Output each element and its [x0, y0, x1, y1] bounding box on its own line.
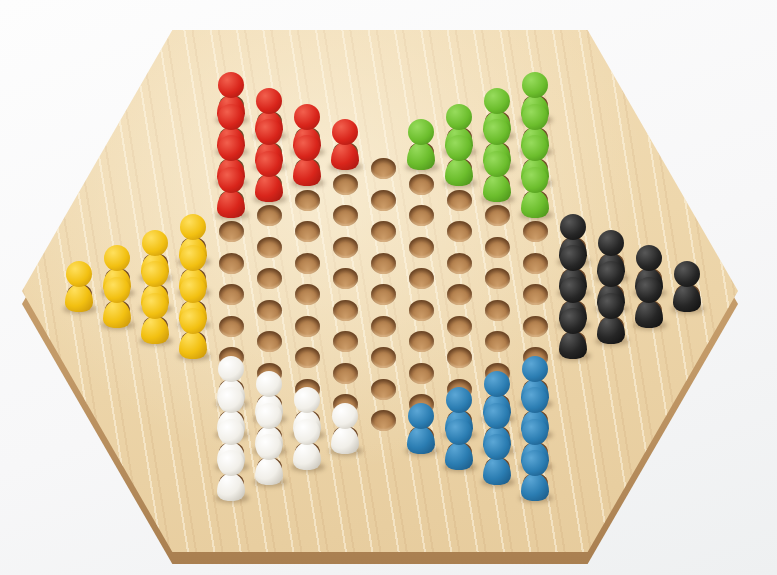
hole[interactable] [295, 316, 320, 337]
peg-head [142, 293, 168, 319]
scene-background [0, 0, 777, 575]
peg-head [256, 88, 282, 114]
peg-body [407, 143, 435, 170]
hole[interactable] [447, 253, 472, 274]
hole[interactable] [485, 300, 510, 321]
peg-white[interactable] [211, 449, 251, 501]
hole[interactable] [333, 237, 358, 258]
peg-head [256, 151, 282, 177]
peg-yellow[interactable] [135, 292, 175, 344]
peg-body [483, 175, 511, 202]
hole[interactable] [257, 300, 282, 321]
peg-green[interactable] [401, 118, 441, 170]
peg-head [484, 434, 510, 460]
peg-body [141, 317, 169, 344]
peg-yellow[interactable] [97, 276, 137, 328]
peg-head [598, 230, 624, 256]
hole[interactable] [371, 190, 396, 211]
peg-head [218, 356, 244, 382]
peg-body [331, 143, 359, 170]
hole[interactable] [447, 347, 472, 368]
peg-body [331, 427, 359, 454]
peg-black[interactable] [667, 260, 707, 312]
peg-body [559, 332, 587, 359]
peg-body [483, 458, 511, 485]
hole[interactable] [371, 379, 396, 400]
peg-head [484, 151, 510, 177]
peg-head [522, 356, 548, 382]
peg-red[interactable] [287, 134, 327, 186]
peg-head [446, 135, 472, 161]
peg-body [65, 285, 93, 312]
peg-head [560, 277, 586, 303]
peg-black[interactable] [553, 307, 593, 359]
peg-body [407, 427, 435, 454]
peg-body [293, 443, 321, 470]
peg-head [446, 104, 472, 130]
hole[interactable] [333, 174, 358, 195]
peg-head [180, 277, 206, 303]
peg-head [218, 72, 244, 98]
peg-body [255, 175, 283, 202]
peg-head [294, 387, 320, 413]
peg-head [636, 245, 662, 271]
peg-white[interactable] [249, 433, 289, 485]
peg-green[interactable] [515, 166, 555, 218]
peg-body [635, 301, 663, 328]
hole[interactable] [371, 284, 396, 305]
peg-body [217, 191, 245, 218]
peg-head [294, 419, 320, 445]
peg-head [446, 419, 472, 445]
peg-head [560, 245, 586, 271]
peg-head [408, 403, 434, 429]
peg-white[interactable] [287, 418, 327, 470]
peg-body [445, 159, 473, 186]
peg-head [104, 277, 130, 303]
hole[interactable] [219, 316, 244, 337]
peg-head [674, 261, 700, 287]
peg-head [142, 261, 168, 287]
hole[interactable] [371, 347, 396, 368]
peg-white[interactable] [325, 402, 365, 454]
peg-head [332, 403, 358, 429]
hole[interactable] [523, 221, 548, 242]
peg-head [218, 104, 244, 130]
peg-body [217, 474, 245, 501]
peg-head [522, 387, 548, 413]
peg-head [560, 214, 586, 240]
hole[interactable] [447, 316, 472, 337]
peg-body [597, 317, 625, 344]
peg-head [218, 387, 244, 413]
hole[interactable] [333, 300, 358, 321]
peg-red[interactable] [211, 166, 251, 218]
peg-body [521, 191, 549, 218]
peg-head [522, 72, 548, 98]
peg-head [484, 119, 510, 145]
peg-head [218, 167, 244, 193]
peg-head [560, 308, 586, 334]
peg-head [66, 261, 92, 287]
hole[interactable] [295, 253, 320, 274]
peg-head [522, 104, 548, 130]
peg-body [255, 458, 283, 485]
peg-head [522, 450, 548, 476]
peg-head [484, 403, 510, 429]
peg-black[interactable] [629, 276, 669, 328]
peg-head [598, 293, 624, 319]
peg-head [408, 119, 434, 145]
peg-head [294, 104, 320, 130]
hole[interactable] [295, 190, 320, 211]
hole[interactable] [409, 237, 434, 258]
peg-head [256, 371, 282, 397]
peg-blue[interactable] [401, 402, 441, 454]
peg-body [103, 301, 131, 328]
peg-head [598, 261, 624, 287]
peg-body [293, 159, 321, 186]
hole[interactable] [409, 300, 434, 321]
peg-head [484, 371, 510, 397]
peg-yellow[interactable] [173, 307, 213, 359]
hole[interactable] [295, 347, 320, 368]
hole[interactable] [447, 284, 472, 305]
hole[interactable] [409, 363, 434, 384]
hole[interactable] [523, 316, 548, 337]
peg-head [142, 230, 168, 256]
peg-head [484, 88, 510, 114]
hole[interactable] [523, 284, 548, 305]
peg-head [522, 135, 548, 161]
hole[interactable] [371, 316, 396, 337]
hole[interactable] [485, 237, 510, 258]
peg-head [294, 135, 320, 161]
hole[interactable] [371, 410, 396, 431]
peg-red[interactable] [325, 118, 365, 170]
hole[interactable] [295, 221, 320, 242]
hole[interactable] [219, 221, 244, 242]
hole[interactable] [523, 253, 548, 274]
peg-head [180, 214, 206, 240]
peg-head [218, 135, 244, 161]
peg-body [521, 474, 549, 501]
peg-head [332, 119, 358, 145]
peg-head [522, 167, 548, 193]
peg-green[interactable] [439, 134, 479, 186]
peg-head [522, 419, 548, 445]
hole[interactable] [219, 253, 244, 274]
peg-head [256, 119, 282, 145]
hole[interactable] [295, 284, 320, 305]
peg-green[interactable] [477, 150, 517, 202]
hole[interactable] [371, 158, 396, 179]
peg-yellow[interactable] [59, 260, 99, 312]
peg-red[interactable] [249, 150, 289, 202]
peg-blue[interactable] [477, 433, 517, 485]
peg-head [180, 245, 206, 271]
hole[interactable] [257, 237, 282, 258]
peg-head [218, 450, 244, 476]
peg-blue[interactable] [439, 418, 479, 470]
hole[interactable] [219, 284, 244, 305]
hole[interactable] [447, 221, 472, 242]
peg-body [445, 443, 473, 470]
hole[interactable] [409, 174, 434, 195]
peg-head [256, 434, 282, 460]
hole[interactable] [371, 221, 396, 242]
peg-body [179, 332, 207, 359]
peg-black[interactable] [591, 292, 631, 344]
peg-head [636, 277, 662, 303]
hole[interactable] [333, 363, 358, 384]
peg-head [104, 245, 130, 271]
peg-head [218, 419, 244, 445]
peg-head [180, 308, 206, 334]
peg-head [446, 387, 472, 413]
peg-body [673, 285, 701, 312]
hole[interactable] [371, 253, 396, 274]
peg-blue[interactable] [515, 449, 555, 501]
hole[interactable] [447, 190, 472, 211]
peg-head [256, 403, 282, 429]
